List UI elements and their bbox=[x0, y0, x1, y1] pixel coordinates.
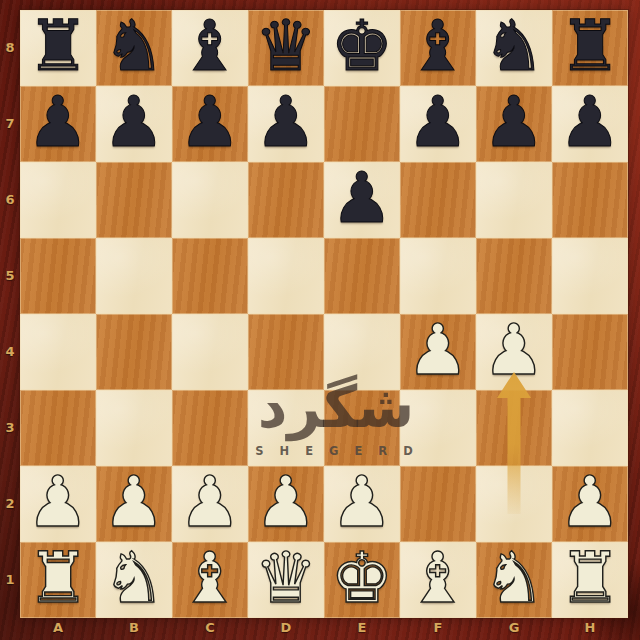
square-c2[interactable]: ♟ bbox=[172, 466, 248, 542]
square-f6[interactable] bbox=[400, 162, 476, 238]
rank-label-5: 5 bbox=[0, 266, 20, 286]
square-a7[interactable]: ♟ bbox=[20, 86, 96, 162]
square-c6[interactable] bbox=[172, 162, 248, 238]
piece-white-queen-d1[interactable]: ♛ bbox=[255, 540, 318, 616]
file-label-b: B bbox=[124, 619, 144, 639]
square-g5[interactable] bbox=[476, 238, 552, 314]
square-c8[interactable]: ♝ bbox=[172, 10, 248, 86]
square-c4[interactable] bbox=[172, 314, 248, 390]
piece-black-pawn-h7[interactable]: ♟ bbox=[559, 84, 622, 160]
square-a5[interactable] bbox=[20, 238, 96, 314]
square-c3[interactable] bbox=[172, 390, 248, 466]
piece-black-rook-a8[interactable]: ♜ bbox=[27, 8, 90, 84]
square-e5[interactable] bbox=[324, 238, 400, 314]
file-label-d: D bbox=[276, 619, 296, 639]
piece-black-king-e8[interactable]: ♚ bbox=[331, 8, 394, 84]
square-b3[interactable] bbox=[96, 390, 172, 466]
piece-white-knight-b1[interactable]: ♞ bbox=[103, 540, 166, 616]
square-d1[interactable]: ♛ bbox=[248, 542, 324, 618]
square-e2[interactable]: ♟ bbox=[324, 466, 400, 542]
rank-label-4: 4 bbox=[0, 342, 20, 362]
square-c7[interactable]: ♟ bbox=[172, 86, 248, 162]
square-b5[interactable] bbox=[96, 238, 172, 314]
square-a1[interactable]: ♜ bbox=[20, 542, 96, 618]
square-e3[interactable] bbox=[324, 390, 400, 466]
piece-black-rook-h8[interactable]: ♜ bbox=[559, 8, 622, 84]
piece-black-pawn-c7[interactable]: ♟ bbox=[179, 84, 242, 160]
square-g6[interactable] bbox=[476, 162, 552, 238]
rank-label-3: 3 bbox=[0, 418, 20, 438]
square-h2[interactable]: ♟ bbox=[552, 466, 628, 542]
piece-white-knight-g1[interactable]: ♞ bbox=[483, 540, 546, 616]
piece-white-rook-h1[interactable]: ♜ bbox=[559, 540, 622, 616]
piece-white-pawn-b2[interactable]: ♟ bbox=[103, 464, 166, 540]
piece-black-bishop-c8[interactable]: ♝ bbox=[179, 8, 242, 84]
file-label-a: A bbox=[48, 619, 68, 639]
square-b8[interactable]: ♞ bbox=[96, 10, 172, 86]
square-e1[interactable]: ♚ bbox=[324, 542, 400, 618]
piece-white-rook-a1[interactable]: ♜ bbox=[27, 540, 90, 616]
piece-black-pawn-e6[interactable]: ♟ bbox=[331, 160, 394, 236]
square-f8[interactable]: ♝ bbox=[400, 10, 476, 86]
file-label-h: H bbox=[580, 619, 600, 639]
rank-label-2: 2 bbox=[0, 494, 20, 514]
piece-white-bishop-c1[interactable]: ♝ bbox=[179, 540, 242, 616]
piece-black-knight-g8[interactable]: ♞ bbox=[483, 8, 546, 84]
square-h3[interactable] bbox=[552, 390, 628, 466]
square-f1[interactable]: ♝ bbox=[400, 542, 476, 618]
square-c1[interactable]: ♝ bbox=[172, 542, 248, 618]
piece-white-pawn-a2[interactable]: ♟ bbox=[27, 464, 90, 540]
square-e7[interactable] bbox=[324, 86, 400, 162]
square-h8[interactable]: ♜ bbox=[552, 10, 628, 86]
piece-black-bishop-f8[interactable]: ♝ bbox=[407, 8, 470, 84]
square-f5[interactable] bbox=[400, 238, 476, 314]
square-g1[interactable]: ♞ bbox=[476, 542, 552, 618]
square-d5[interactable] bbox=[248, 238, 324, 314]
piece-black-pawn-a7[interactable]: ♟ bbox=[27, 84, 90, 160]
piece-black-pawn-d7[interactable]: ♟ bbox=[255, 84, 318, 160]
piece-white-pawn-g4[interactable]: ♟ bbox=[483, 312, 546, 388]
square-b6[interactable] bbox=[96, 162, 172, 238]
rank-label-6: 6 bbox=[0, 190, 20, 210]
square-e8[interactable]: ♚ bbox=[324, 10, 400, 86]
square-h6[interactable] bbox=[552, 162, 628, 238]
file-label-c: C bbox=[200, 619, 220, 639]
square-e6[interactable]: ♟ bbox=[324, 162, 400, 238]
file-label-e: E bbox=[352, 619, 372, 639]
square-h1[interactable]: ♜ bbox=[552, 542, 628, 618]
square-a2[interactable]: ♟ bbox=[20, 466, 96, 542]
square-e4[interactable] bbox=[324, 314, 400, 390]
chess-board[interactable]: ♜♞♝♛♚♝♞♜♟♟♟♟♟♟♟♟♟♟♟♟♟♟♟♟♜♞♝♛♚♝♞♜ bbox=[20, 10, 628, 618]
square-g8[interactable]: ♞ bbox=[476, 10, 552, 86]
square-f3[interactable] bbox=[400, 390, 476, 466]
piece-white-king-e1[interactable]: ♚ bbox=[331, 540, 394, 616]
square-d2[interactable]: ♟ bbox=[248, 466, 324, 542]
square-g2[interactable] bbox=[476, 466, 552, 542]
piece-white-pawn-d2[interactable]: ♟ bbox=[255, 464, 318, 540]
square-h7[interactable]: ♟ bbox=[552, 86, 628, 162]
piece-black-pawn-f7[interactable]: ♟ bbox=[407, 84, 470, 160]
piece-white-pawn-h2[interactable]: ♟ bbox=[559, 464, 622, 540]
square-b2[interactable]: ♟ bbox=[96, 466, 172, 542]
square-f2[interactable] bbox=[400, 466, 476, 542]
file-label-f: F bbox=[428, 619, 448, 639]
square-d8[interactable]: ♛ bbox=[248, 10, 324, 86]
square-f4[interactable]: ♟ bbox=[400, 314, 476, 390]
square-f7[interactable]: ♟ bbox=[400, 86, 476, 162]
rank-label-8: 8 bbox=[0, 38, 20, 58]
square-a4[interactable] bbox=[20, 314, 96, 390]
rank-label-7: 7 bbox=[0, 114, 20, 134]
file-label-g: G bbox=[504, 619, 524, 639]
piece-white-pawn-f4[interactable]: ♟ bbox=[407, 312, 470, 388]
square-h4[interactable] bbox=[552, 314, 628, 390]
square-d6[interactable] bbox=[248, 162, 324, 238]
square-c5[interactable] bbox=[172, 238, 248, 314]
piece-black-knight-b8[interactable]: ♞ bbox=[103, 8, 166, 84]
square-b7[interactable]: ♟ bbox=[96, 86, 172, 162]
square-d4[interactable] bbox=[248, 314, 324, 390]
rank-label-1: 1 bbox=[0, 570, 20, 590]
square-d7[interactable]: ♟ bbox=[248, 86, 324, 162]
square-g3[interactable] bbox=[476, 390, 552, 466]
piece-white-pawn-c2[interactable]: ♟ bbox=[179, 464, 242, 540]
square-b1[interactable]: ♞ bbox=[96, 542, 172, 618]
square-g7[interactable]: ♟ bbox=[476, 86, 552, 162]
piece-white-pawn-e2[interactable]: ♟ bbox=[331, 464, 394, 540]
square-a6[interactable] bbox=[20, 162, 96, 238]
chess-board-frame: ♜♞♝♛♚♝♞♜♟♟♟♟♟♟♟♟♟♟♟♟♟♟♟♟♜♞♝♛♚♝♞♜ 8765432… bbox=[0, 0, 640, 640]
piece-black-pawn-b7[interactable]: ♟ bbox=[103, 84, 166, 160]
square-d3[interactable] bbox=[248, 390, 324, 466]
square-g4[interactable]: ♟ bbox=[476, 314, 552, 390]
piece-black-pawn-g7[interactable]: ♟ bbox=[483, 84, 546, 160]
square-a3[interactable] bbox=[20, 390, 96, 466]
piece-black-queen-d8[interactable]: ♛ bbox=[255, 8, 318, 84]
piece-white-bishop-f1[interactable]: ♝ bbox=[407, 540, 470, 616]
square-b4[interactable] bbox=[96, 314, 172, 390]
square-h5[interactable] bbox=[552, 238, 628, 314]
square-a8[interactable]: ♜ bbox=[20, 10, 96, 86]
